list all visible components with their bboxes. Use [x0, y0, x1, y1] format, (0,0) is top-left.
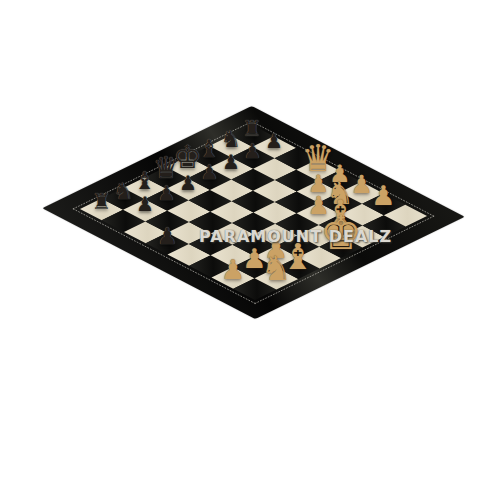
- product-photo: ♜♞♝♛♚♝♞♜♟♟♟♟♟♟♟♟♛♟♟♟♞♟♟♟♟♝♟♞♝♚ PARAMOUNT…: [0, 0, 500, 500]
- watermark-text: PARAMOUNT DEALZ: [199, 227, 359, 246]
- chess-board: [42, 106, 465, 319]
- board-grid: [80, 125, 427, 300]
